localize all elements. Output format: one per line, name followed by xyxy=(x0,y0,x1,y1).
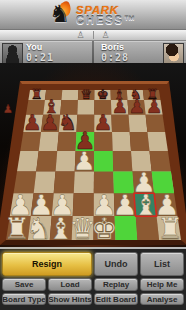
undo-button[interactable]: Undo xyxy=(94,252,138,276)
svg-text:♜: ♜ xyxy=(157,211,184,246)
svg-text:♟: ♟ xyxy=(73,146,96,176)
show-hints-button[interactable]: Show Hints xyxy=(48,293,92,305)
resign-button[interactable]: Resign xyxy=(2,252,92,276)
sparkchess-app: ♞ SPARK CHESS™ ♙ ♙ You 0:21 Boris 0:28 xyxy=(0,0,186,310)
svg-text:♚: ♚ xyxy=(91,211,118,246)
svg-text:♟: ♟ xyxy=(129,96,146,117)
sparkchess-logo: ♞ SPARK CHESS™ xyxy=(49,2,137,28)
avatar-you xyxy=(2,43,23,65)
svg-text:♛: ♛ xyxy=(80,87,92,102)
clock-boris: 0:28 xyxy=(101,53,129,63)
chess-board[interactable]: ♟♜♛♚♝♞♜♝♟♟♟♟♟♞♟♟♟♟♟♟♟♟♟♝♟♜♞♝♛♚♜ xyxy=(0,63,186,247)
svg-text:♚: ♚ xyxy=(97,87,109,102)
captured-trays-bar: ♙ ♙ xyxy=(0,30,186,41)
player-panel-you: You 0:21 xyxy=(0,41,92,64)
knight-logo-icon: ♞ xyxy=(49,2,73,28)
svg-text:♟: ♟ xyxy=(111,96,128,117)
svg-text:♟: ♟ xyxy=(3,102,14,116)
brand-spark: SPARK xyxy=(76,5,137,15)
save-button[interactable]: Save xyxy=(2,278,46,291)
replay-button[interactable]: Replay xyxy=(94,278,138,291)
white-captures-pawn-icon: ♙ xyxy=(76,31,84,40)
tray-divider xyxy=(93,31,94,39)
load-button[interactable]: Load xyxy=(48,278,92,291)
black-captures-pawn-icon: ♙ xyxy=(102,31,110,40)
brand-chess: CHESS™ xyxy=(76,15,137,25)
player-panel-boris: Boris 0:28 xyxy=(94,41,186,64)
player-bar: You 0:21 Boris 0:28 xyxy=(0,41,186,63)
app-header: ♞ SPARK CHESS™ xyxy=(0,0,186,30)
help-me-button[interactable]: Help Me xyxy=(140,278,184,291)
analyse-button[interactable]: Analyse xyxy=(140,293,184,305)
brand-text: SPARK CHESS™ xyxy=(76,5,137,25)
board-area: ♟♜♛♚♝♞♜♝♟♟♟♟♟♞♟♟♟♟♟♟♟♟♟♝♟♜♞♝♛♚♜ xyxy=(0,63,186,247)
svg-text:♟: ♟ xyxy=(146,96,163,117)
avatar-boris xyxy=(163,43,184,65)
clock-you: 0:21 xyxy=(26,53,54,63)
list-button[interactable]: List xyxy=(140,252,184,276)
svg-text:♜: ♜ xyxy=(31,87,43,102)
svg-text:♟: ♟ xyxy=(22,110,42,135)
board-type-button[interactable]: Board Type xyxy=(2,293,46,305)
edit-board-button[interactable]: Edit Board xyxy=(94,293,138,305)
control-panel: Resign Undo List Save Load Replay Help M… xyxy=(0,247,186,310)
svg-text:♟: ♟ xyxy=(93,110,113,135)
svg-text:♟: ♟ xyxy=(40,110,60,135)
